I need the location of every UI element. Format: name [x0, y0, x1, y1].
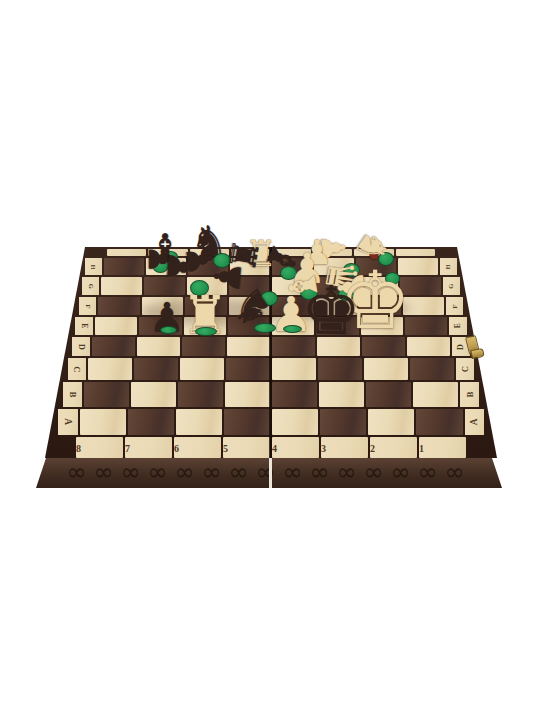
- rank-label-cell: 3: [313, 249, 352, 256]
- rank-label-cell: 5: [223, 437, 270, 458]
- coordinate-label: G: [87, 283, 94, 288]
- product-photo-chess-set: 87654321HHGGFFEEDDCCBBAA87654321 ∞∞∞∞∞∞∞…: [0, 0, 540, 720]
- front-edge-seam: [269, 458, 272, 488]
- board-square: [101, 277, 142, 295]
- board-square: [416, 409, 462, 435]
- board-square: [178, 382, 223, 407]
- board-square: [320, 409, 366, 435]
- board-square: [407, 337, 450, 356]
- chess-board: 87654321HHGGFFEEDDCCBBAA87654321: [33, 247, 509, 458]
- rank-label-cell: 7: [125, 437, 172, 458]
- board-square: [366, 382, 411, 407]
- coordinate-label: A: [469, 419, 479, 426]
- board-square: [104, 258, 144, 275]
- coordinate-label: 3: [321, 443, 326, 454]
- board-square: [128, 409, 174, 435]
- rank-label-cell: 3: [321, 437, 368, 458]
- coordinate-label: E: [80, 323, 88, 328]
- rank-label-cell: 8: [76, 437, 123, 458]
- coordinate-label: H: [445, 264, 451, 269]
- coordinate-label: 4: [272, 443, 277, 454]
- board-square: [272, 317, 314, 335]
- board-square: [361, 317, 403, 335]
- rank-label-cell: 7: [148, 249, 187, 256]
- coordinate-label: E: [454, 323, 462, 328]
- rank-label-cell: 1: [396, 249, 435, 256]
- board-square: [88, 358, 132, 380]
- board-square: [224, 409, 270, 435]
- board-square: [357, 277, 398, 295]
- file-label-right: E: [449, 317, 467, 335]
- board-square: [95, 317, 137, 335]
- rank-label-cell: 6: [190, 249, 229, 256]
- rank-label-cell: 6: [174, 437, 221, 458]
- rank-label-cell: 2: [354, 249, 393, 256]
- file-label-right: G: [443, 277, 460, 295]
- coordinate-label: C: [461, 366, 470, 372]
- board-square: [84, 382, 129, 407]
- board-square: [400, 277, 441, 295]
- file-label-right: H: [440, 258, 457, 275]
- rank-label-cell: 5: [231, 249, 270, 256]
- board-square: [226, 358, 270, 380]
- board-square: [230, 258, 270, 275]
- file-label-right: A: [465, 409, 484, 435]
- board-square: [356, 258, 396, 275]
- file-label-right: B: [460, 382, 479, 407]
- board-square: [80, 409, 126, 435]
- board-square: [188, 258, 228, 275]
- file-label-left: F: [79, 297, 96, 315]
- piece-shadow-right: [280, 296, 410, 320]
- coordinate-label: 1: [419, 443, 424, 454]
- board-square: [187, 277, 228, 295]
- file-label-left: D: [72, 337, 90, 356]
- rank-label-cell: 4: [272, 437, 319, 458]
- coordinate-label: B: [465, 391, 474, 397]
- board-fold-seam: [269, 247, 272, 458]
- board-square: [413, 382, 458, 407]
- file-label-left: B: [63, 382, 82, 407]
- board-square: [146, 258, 186, 275]
- file-label-right: F: [446, 297, 463, 315]
- brass-clasp: [462, 336, 484, 366]
- board-square: [272, 337, 315, 356]
- border-corner: [89, 249, 105, 256]
- border-corner: [54, 437, 74, 458]
- board-square: [272, 382, 317, 407]
- file-label-left: G: [82, 277, 99, 295]
- board-square: [318, 358, 362, 380]
- board-square: [229, 277, 270, 295]
- rank-label-cell: 1: [419, 437, 466, 458]
- board-square: [364, 358, 408, 380]
- board-square: [137, 337, 180, 356]
- file-label-left: H: [85, 258, 102, 275]
- board-square: [405, 317, 447, 335]
- coordinate-label: H: [91, 264, 97, 269]
- board-square: [182, 337, 225, 356]
- coordinate-label: 6: [174, 443, 179, 454]
- board-square: [368, 409, 414, 435]
- rank-label-cell: 8: [107, 249, 146, 256]
- board-square: [410, 358, 454, 380]
- board-square: [314, 258, 354, 275]
- coordinate-label: A: [63, 419, 73, 426]
- coordinate-label: 8: [76, 443, 81, 454]
- coordinate-label: 7: [125, 443, 130, 454]
- board-square: [180, 358, 224, 380]
- coordinate-label: B: [68, 391, 77, 397]
- rank-label-cell: 2: [370, 437, 417, 458]
- coordinate-label: D: [77, 344, 85, 350]
- rank-label-cell: 4: [272, 249, 311, 256]
- board-square: [315, 277, 356, 295]
- coordinate-label: 2: [370, 443, 375, 454]
- board-square: [272, 277, 313, 295]
- board-square: [272, 409, 318, 435]
- piece-shadow-left: [140, 299, 290, 325]
- board-square: [225, 382, 270, 407]
- coordinate-label: G: [448, 283, 455, 288]
- board-square: [134, 358, 178, 380]
- board-square: [272, 258, 312, 275]
- board-square: [317, 337, 360, 356]
- board-square: [92, 337, 135, 356]
- board-square: [319, 382, 364, 407]
- coordinate-label: F: [84, 304, 91, 308]
- file-label-left: A: [58, 409, 77, 435]
- board-square: [98, 297, 140, 315]
- border-corner: [437, 249, 453, 256]
- clasp-hook: [470, 348, 484, 359]
- coordinate-label: C: [73, 366, 82, 372]
- board-square: [362, 337, 405, 356]
- border-corner: [468, 437, 488, 458]
- coordinate-label: F: [451, 304, 458, 308]
- file-label-left: C: [68, 358, 86, 380]
- board-square: [272, 358, 316, 380]
- carved-front-edge: ∞∞∞∞∞∞∞∞∞∞∞∞∞∞∞: [36, 458, 502, 488]
- file-label-left: E: [75, 317, 93, 335]
- board-square: [227, 337, 270, 356]
- board-square: [398, 258, 438, 275]
- board-square: [176, 409, 222, 435]
- board-square: [131, 382, 176, 407]
- board-square: [144, 277, 185, 295]
- coordinate-label: 5: [223, 443, 228, 454]
